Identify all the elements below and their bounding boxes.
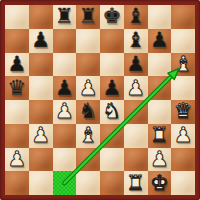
square-d3[interactable]: ♝ [76,124,100,148]
square-a1[interactable] [5,171,29,195]
square-d2[interactable] [76,148,100,172]
square-e5[interactable]: ♟ [100,76,124,100]
square-b5[interactable] [29,76,53,100]
piece-black-pawn-b7[interactable]: ♟ [31,30,50,51]
square-g1[interactable]: ♚ [148,171,172,195]
piece-white-pawn-h3[interactable]: ♟ [174,125,193,146]
square-b1[interactable] [29,171,53,195]
piece-black-pawn-a6[interactable]: ♟ [7,54,26,75]
square-c6[interactable] [53,53,77,77]
square-e8[interactable]: ♚ [100,5,124,29]
square-b6[interactable] [29,53,53,77]
square-a4[interactable] [5,100,29,124]
square-g5[interactable] [148,76,172,100]
square-f5[interactable]: ♟ [124,76,148,100]
square-e4[interactable]: ♞ [100,100,124,124]
square-c3[interactable] [53,124,77,148]
piece-black-pawn-c5[interactable]: ♟ [55,78,74,99]
piece-white-queen-h4[interactable]: ♛ [174,101,193,122]
piece-white-pawn-g2[interactable]: ♟ [150,149,169,170]
square-d5[interactable]: ♟ [76,76,100,100]
piece-white-rook-f1[interactable]: ♜ [126,173,145,194]
square-b8[interactable] [29,5,53,29]
piece-black-rook-d8[interactable]: ♜ [79,6,98,27]
square-a5[interactable]: ♛ [5,76,29,100]
piece-white-pawn-a2[interactable]: ♟ [7,149,26,170]
square-c8[interactable]: ♜ [53,5,77,29]
square-d6[interactable] [76,53,100,77]
piece-black-pawn-f6[interactable]: ♟ [126,54,145,75]
piece-white-pawn-c4[interactable]: ♟ [55,101,74,122]
square-d4[interactable]: ♞ [76,100,100,124]
square-g6[interactable] [148,53,172,77]
square-d8[interactable]: ♜ [76,5,100,29]
piece-white-king-g1[interactable]: ♚ [150,173,169,194]
square-b3[interactable]: ♟ [29,124,53,148]
square-b2[interactable] [29,148,53,172]
square-f2[interactable] [124,148,148,172]
square-a6[interactable]: ♟ [5,53,29,77]
square-e6[interactable] [100,53,124,77]
square-c1[interactable] [53,171,77,195]
piece-black-queen-a5[interactable]: ♛ [7,78,26,99]
square-h5[interactable] [171,76,195,100]
square-e7[interactable] [100,29,124,53]
square-g4[interactable] [148,100,172,124]
square-f6[interactable]: ♟ [124,53,148,77]
piece-white-rook-g3[interactable]: ♜ [150,125,169,146]
square-g3[interactable]: ♜ [148,124,172,148]
square-c4[interactable]: ♟ [53,100,77,124]
square-f8[interactable]: ♝ [124,5,148,29]
piece-white-knight-e4[interactable]: ♞ [102,101,121,122]
piece-black-king-e8[interactable]: ♚ [102,6,121,27]
square-f1[interactable]: ♜ [124,171,148,195]
square-b4[interactable] [29,100,53,124]
square-e3[interactable] [100,124,124,148]
piece-white-bishop-d3[interactable]: ♝ [79,125,98,146]
square-f7[interactable]: ♝ [124,29,148,53]
square-e1[interactable] [100,171,124,195]
square-e2[interactable] [100,148,124,172]
square-h3[interactable]: ♟ [171,124,195,148]
piece-black-pawn-e5[interactable]: ♟ [102,78,121,99]
square-h1[interactable] [171,171,195,195]
square-g7[interactable]: ♟ [148,29,172,53]
piece-white-bishop-h6[interactable]: ♝ [174,54,193,75]
square-a3[interactable] [5,124,29,148]
square-g8[interactable] [148,5,172,29]
square-d1[interactable] [76,171,100,195]
piece-black-pawn-g7[interactable]: ♟ [150,30,169,51]
square-a2[interactable]: ♟ [5,148,29,172]
piece-white-pawn-b3[interactable]: ♟ [31,125,50,146]
piece-black-bishop-f8[interactable]: ♝ [126,6,145,27]
square-c2[interactable] [53,148,77,172]
square-g2[interactable]: ♟ [148,148,172,172]
square-h6[interactable]: ♝ [171,53,195,77]
square-h2[interactable] [171,148,195,172]
square-h4[interactable]: ♛ [171,100,195,124]
piece-black-knight-d4[interactable]: ♞ [79,101,98,122]
square-a7[interactable] [5,29,29,53]
chess-board: ♜♜♚♝♟♝♟♟♟♝♛♟♟♟♟♟♞♞♛♟♝♜♟♟♟♜♚ [0,0,200,200]
square-f4[interactable] [124,100,148,124]
square-a8[interactable] [5,5,29,29]
square-h8[interactable] [171,5,195,29]
square-f3[interactable] [124,124,148,148]
square-b7[interactable]: ♟ [29,29,53,53]
square-h7[interactable] [171,29,195,53]
square-c5[interactable]: ♟ [53,76,77,100]
piece-white-pawn-d5[interactable]: ♟ [79,78,98,99]
piece-white-pawn-f5[interactable]: ♟ [126,78,145,99]
piece-black-bishop-f7[interactable]: ♝ [126,30,145,51]
square-c7[interactable] [53,29,77,53]
piece-black-rook-c8[interactable]: ♜ [55,6,74,27]
square-d7[interactable] [76,29,100,53]
board-grid: ♜♜♚♝♟♝♟♟♟♝♛♟♟♟♟♟♞♞♛♟♝♜♟♟♟♜♚ [5,5,195,195]
